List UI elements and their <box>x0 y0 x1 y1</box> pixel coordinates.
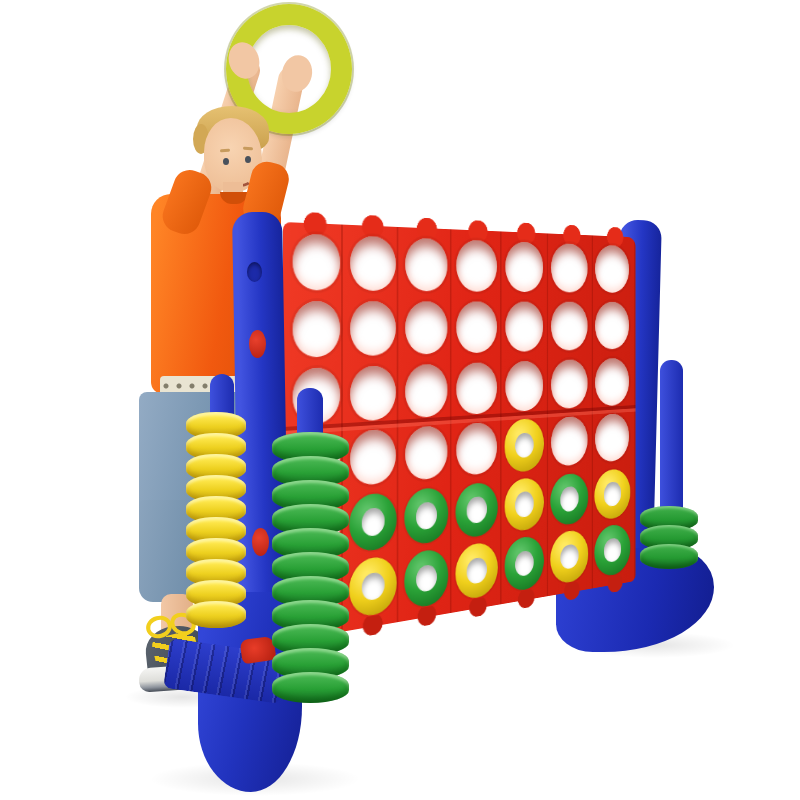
board-cell-c5r3 <box>501 356 547 417</box>
frame-post-recess <box>247 262 262 282</box>
board-cell-c7r3 <box>591 353 633 411</box>
right-green-ring-stack <box>640 506 698 569</box>
board-hole <box>551 416 587 467</box>
boy-right-eye <box>245 156 251 163</box>
board-hole <box>350 365 395 421</box>
board-cell-c1r2 <box>287 296 345 364</box>
yellow-ring-disc <box>186 601 246 628</box>
board-hole <box>457 240 497 292</box>
green-ring-piece <box>504 535 544 593</box>
board-cell-c5r4 <box>501 414 547 477</box>
yellow-ring-piece <box>504 476 544 533</box>
board-hole <box>405 425 447 481</box>
board-hole <box>595 358 629 407</box>
yellow-ring-piece <box>349 555 396 619</box>
board-hole <box>551 302 587 351</box>
board-hole <box>595 413 629 463</box>
board-cell-c6r6 <box>547 525 591 589</box>
board-hole <box>505 360 543 412</box>
board-hole <box>595 302 629 350</box>
green-ring-piece <box>594 523 630 578</box>
board-cell-c7r5 <box>591 464 633 525</box>
board-hole <box>350 236 395 291</box>
green-ring-piece <box>551 472 589 527</box>
board-cell-c3r3 <box>400 358 452 423</box>
board-cell-c6r3 <box>547 354 591 414</box>
board-cell-c6r2 <box>547 297 591 355</box>
board-hole <box>457 362 497 415</box>
green-ring-piece <box>349 491 396 553</box>
product-photo-stage <box>0 0 800 800</box>
board-hole <box>350 301 395 356</box>
board-hole <box>457 302 497 354</box>
board-cell-c2r3 <box>345 360 400 427</box>
board-hole <box>292 234 340 291</box>
green-ring-disc <box>640 544 698 569</box>
board-cell-c4r6 <box>452 537 501 605</box>
board-hole <box>457 422 497 476</box>
boy-left-eye <box>223 158 229 165</box>
board-cell-c4r1 <box>452 235 501 297</box>
board-cell-c3r6 <box>400 544 452 615</box>
red-release-latch <box>239 636 276 664</box>
board-hole <box>551 243 587 292</box>
green-ring-piece <box>404 486 449 546</box>
board-cell-c2r1 <box>345 231 400 297</box>
board-cell-c2r5 <box>345 487 400 558</box>
board-cell-c2r2 <box>345 296 400 362</box>
board-cell-c5r2 <box>501 297 547 357</box>
board-cell-c5r1 <box>501 237 547 297</box>
yellow-ring-piece <box>456 541 498 601</box>
board-cell-c4r2 <box>452 297 501 359</box>
board-hole <box>405 238 447 292</box>
frame-post-red-hole <box>249 330 266 358</box>
board-cell-c2r6 <box>345 551 400 624</box>
board-hole <box>595 245 629 293</box>
board-cell-c5r5 <box>501 472 547 537</box>
board-hole <box>405 301 447 354</box>
board-cell-c7r1 <box>591 240 633 297</box>
board-cell-c7r4 <box>591 408 633 468</box>
board-cell-c6r4 <box>547 411 591 472</box>
board-hole <box>405 363 447 418</box>
board-cell-c3r4 <box>400 420 452 487</box>
board-cell-c3r5 <box>400 482 452 551</box>
board-hole <box>350 429 395 487</box>
board-hole <box>292 301 340 358</box>
front-green-ring-stack <box>272 432 349 703</box>
board-hole <box>551 359 587 409</box>
yellow-ring-piece <box>594 468 630 522</box>
board-cell-c6r5 <box>547 468 591 531</box>
board-cell-c3r1 <box>400 233 452 297</box>
board-cell-c5r6 <box>501 531 547 597</box>
yellow-ring-piece <box>551 529 589 585</box>
green-ring-disc <box>272 672 349 703</box>
board-cell-c7r2 <box>591 297 633 354</box>
yellow-ring-piece <box>504 418 544 473</box>
green-ring-piece <box>404 548 449 610</box>
board-hole <box>505 242 543 293</box>
right-ring-peg <box>660 360 683 520</box>
board-cell-c3r2 <box>400 296 452 360</box>
green-ring-piece <box>456 481 498 540</box>
board-cell-c4r5 <box>452 477 501 544</box>
board-cell-c1r1 <box>287 228 345 296</box>
board-cell-c4r3 <box>452 357 501 420</box>
board-cell-c2r4 <box>345 423 400 492</box>
board-cell-c7r6 <box>591 519 633 581</box>
board-hole <box>505 302 543 352</box>
yellow-ring-stack <box>186 412 246 628</box>
board-cell-c4r4 <box>452 417 501 482</box>
frame-post-red-hole <box>252 528 269 556</box>
board-cell-c6r1 <box>547 239 591 298</box>
